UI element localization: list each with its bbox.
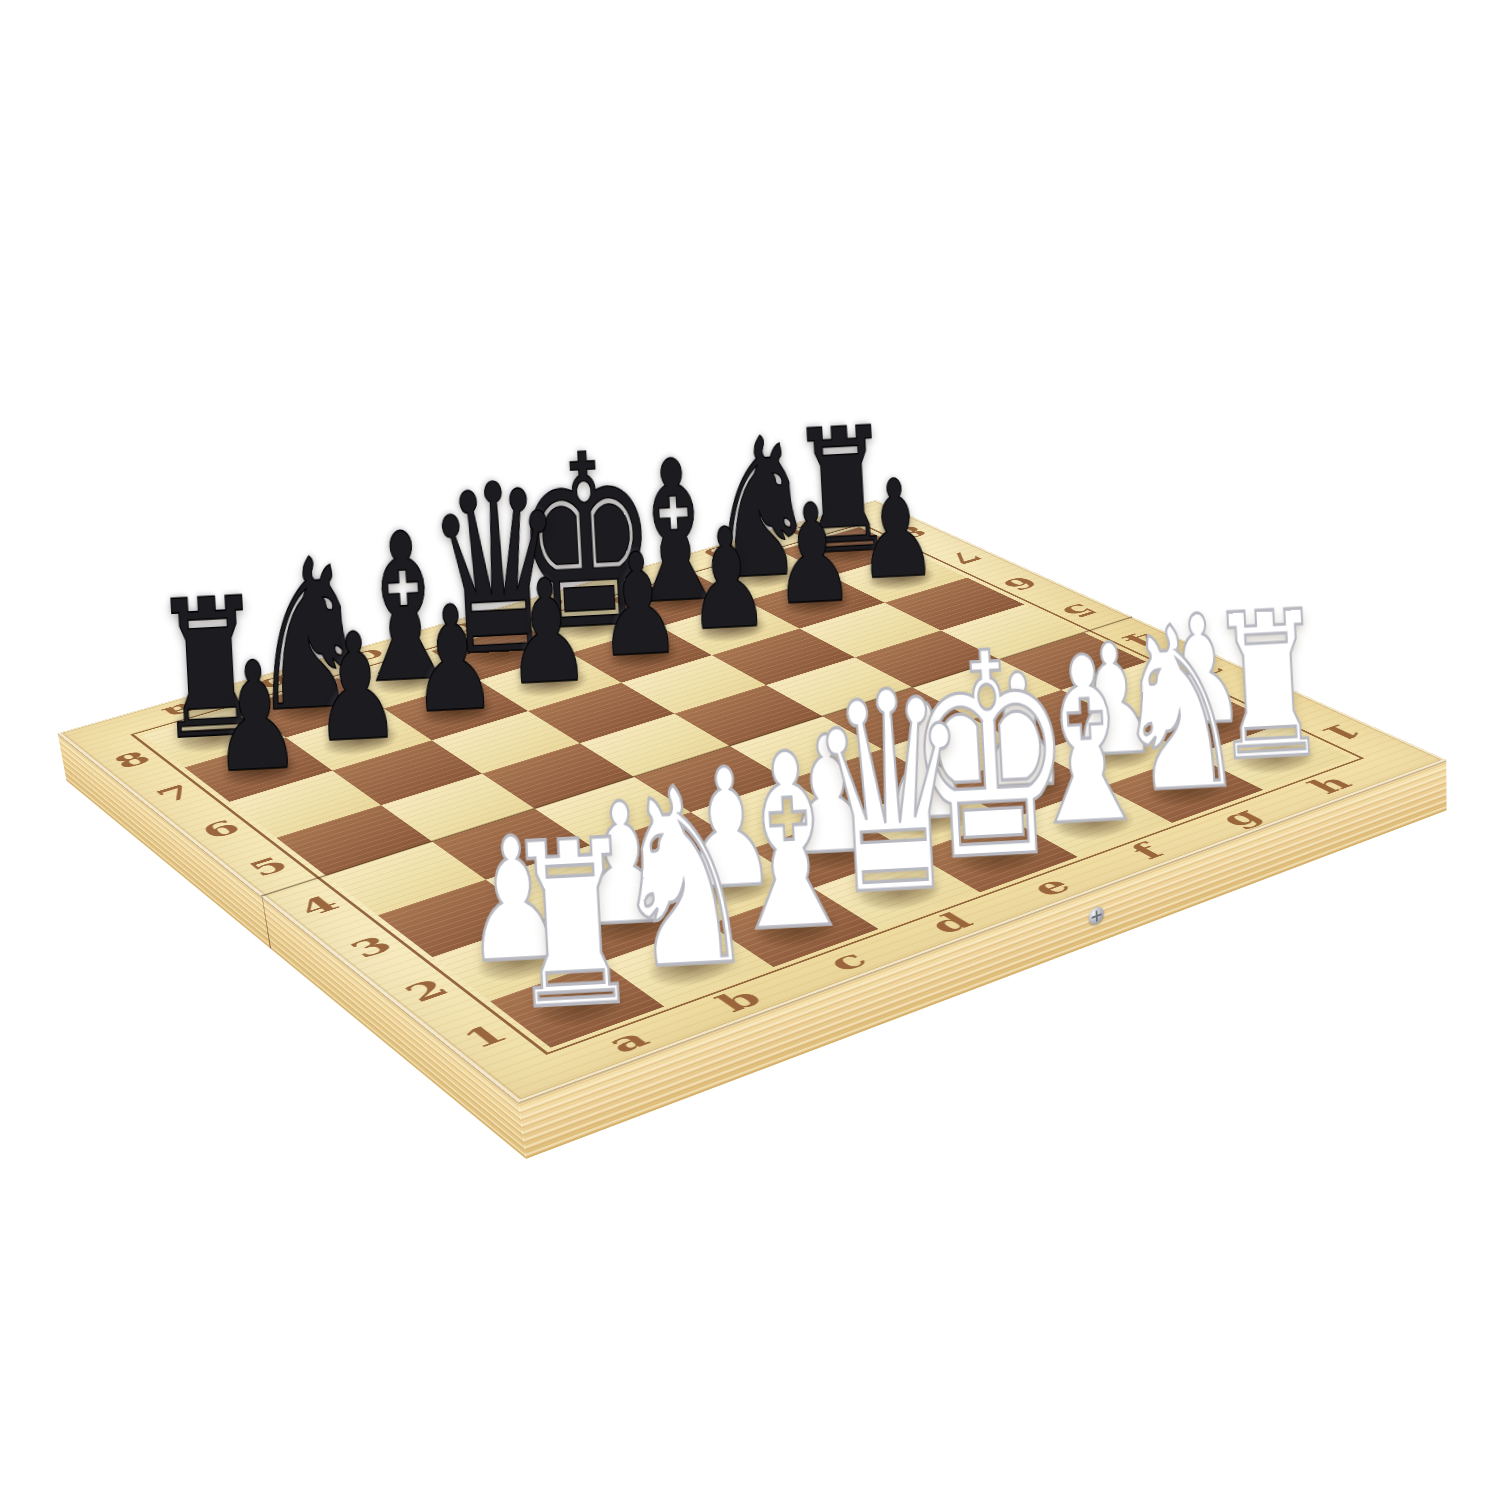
piece-shadow [659,855,803,920]
rank-label-left-6: 6 [194,816,248,843]
square-f2[interactable] [944,752,1103,819]
piece-shadow [553,890,699,957]
square-c3[interactable] [590,812,750,884]
square-f1[interactable] [1009,787,1172,857]
piece-shadow [1048,727,1184,783]
square-a2[interactable] [432,920,601,1001]
square-a1[interactable] [490,962,664,1048]
square-c1[interactable] [709,888,879,967]
piece-shadow [956,757,1094,815]
square-e3[interactable] [788,749,944,816]
scene: 8877665544332211aabbccddeeffgghh ♜♞♝♛♚♝♞… [0,0,1500,1500]
square-a3[interactable] [378,880,542,957]
chess-board: 8877665544332211aabbccddeeffgghh [58,500,1447,1102]
square-g2[interactable] [1036,722,1193,787]
fold-crack [261,896,271,949]
rank-label-left-7: 7 [149,781,201,807]
square-d2[interactable] [750,816,913,888]
piece-shadow [925,825,1069,888]
square-c4[interactable] [535,777,691,845]
piece-shadow [613,931,764,1001]
rank-label-left-8: 8 [107,747,158,772]
screw-icon [1088,905,1104,927]
square-b2[interactable] [542,884,709,962]
square-g1[interactable] [1103,755,1264,823]
chess-set-photo: 8877665544332211aabbccddeeffgghh ♜♞♝♛♚♝♞… [0,0,1500,1500]
piece-shadow [721,894,869,962]
square-h1[interactable] [1193,724,1352,789]
piece-shadow [825,859,971,924]
square-d4[interactable] [634,746,788,812]
piece-shadow [860,789,1000,849]
perspective-wrapper: 8877665544332211aabbccddeeffgghh [0,0,1500,1500]
square-b3[interactable] [486,845,648,919]
square-c2[interactable] [648,849,813,924]
square-e1[interactable] [913,819,1078,892]
square-b1[interactable] [602,924,774,1006]
piece-shadow [1114,760,1254,818]
piece-shadow [1021,792,1163,852]
piece-shadow [762,821,904,883]
square-d3[interactable] [691,780,849,849]
rank-label-left-3: 3 [342,931,401,963]
square-b4[interactable] [432,809,590,880]
square-d1[interactable] [813,853,980,929]
